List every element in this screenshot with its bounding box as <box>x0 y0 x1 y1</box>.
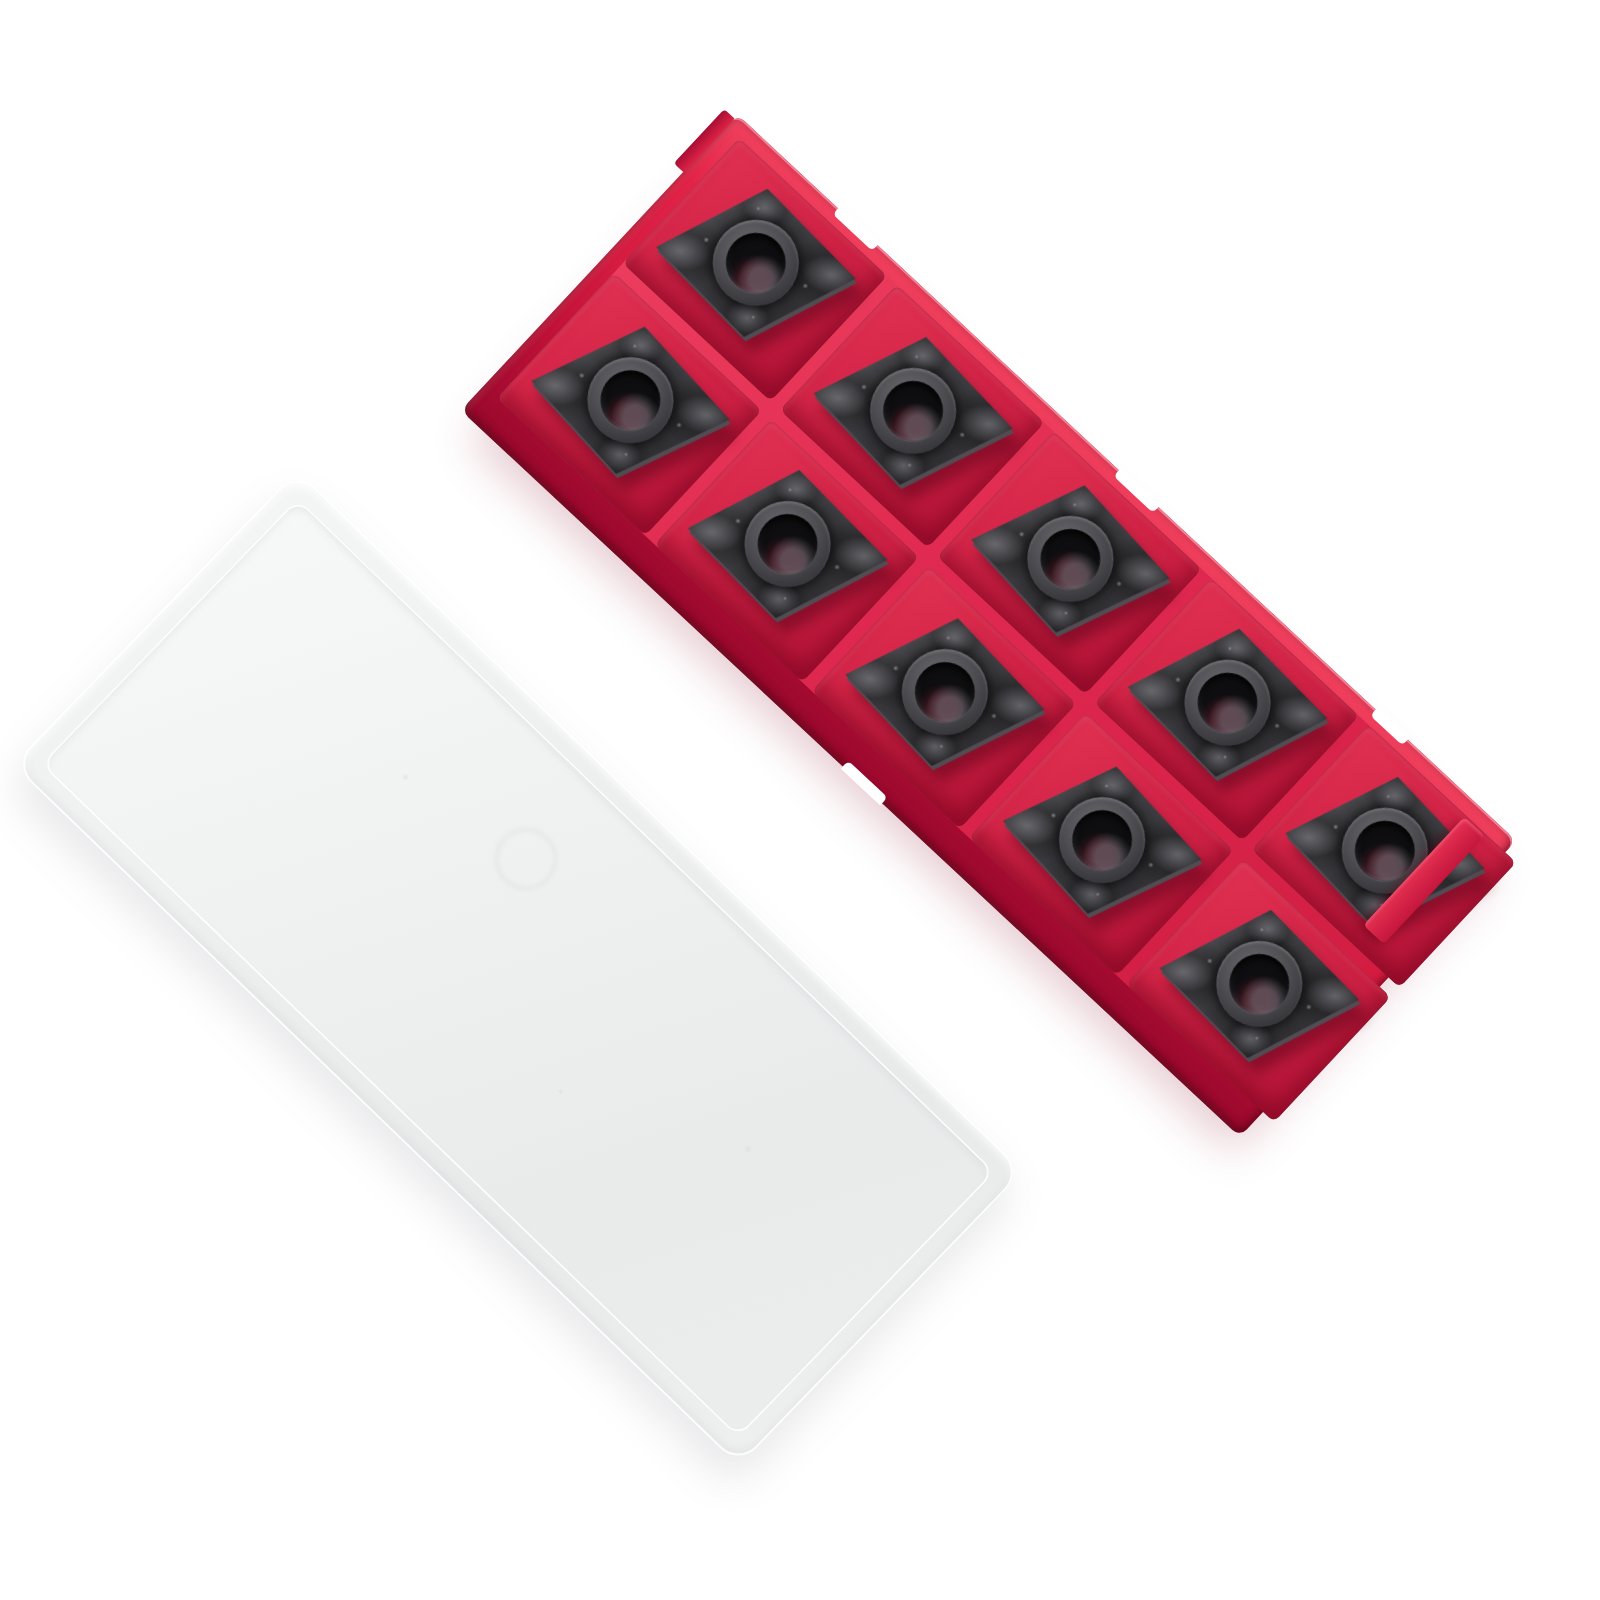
rim-notch <box>841 760 888 805</box>
carbide-insert <box>1148 894 1371 1074</box>
insert-top-face <box>1148 894 1371 1074</box>
product-photo <box>0 0 1600 1600</box>
